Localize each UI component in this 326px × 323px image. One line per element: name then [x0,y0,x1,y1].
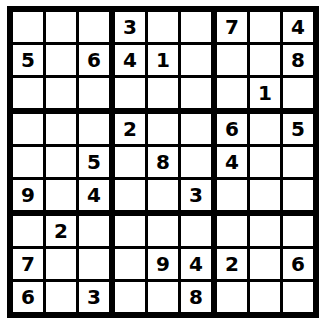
sudoku-cell[interactable] [217,180,250,216]
sudoku-cell: 5 [283,114,313,147]
cell-digit: 4 [123,50,137,70]
cell-digit: 4 [87,185,101,205]
sudoku-cell[interactable] [115,216,148,249]
sudoku-page: 374564181265584943279426638 [0,0,326,323]
sudoku-cell[interactable] [148,216,181,249]
sudoku-cell[interactable] [250,282,283,312]
sudoku-cell[interactable] [283,282,313,312]
sudoku-cell: 6 [79,45,115,78]
sudoku-cell[interactable] [13,147,46,180]
sudoku-cell[interactable] [217,45,250,78]
sudoku-cell: 4 [217,147,250,180]
sudoku-cell: 8 [148,147,181,180]
sudoku-cell[interactable] [250,216,283,249]
cell-digit: 6 [87,50,101,70]
sudoku-cell[interactable] [115,78,148,114]
sudoku-cell[interactable] [46,180,79,216]
cell-digit: 1 [156,50,170,70]
cell-digit: 4 [291,17,305,37]
sudoku-cell: 2 [46,216,79,249]
sudoku-cell[interactable] [13,216,46,249]
sudoku-cell[interactable] [283,180,313,216]
sudoku-cell[interactable] [181,78,217,114]
cell-digit: 8 [189,287,203,307]
cell-digit: 4 [225,152,239,172]
sudoku-cell: 4 [181,249,217,282]
cell-digit: 6 [291,254,305,274]
sudoku-cell: 4 [79,180,115,216]
cell-digit: 2 [225,254,239,274]
cell-digit: 7 [21,254,35,274]
sudoku-cell[interactable] [181,12,217,45]
sudoku-cell[interactable] [283,78,313,114]
sudoku-cell[interactable] [250,180,283,216]
cell-digit: 3 [87,287,101,307]
cell-digit: 5 [291,119,305,139]
cell-digit: 5 [87,152,101,172]
sudoku-cell[interactable] [79,216,115,249]
sudoku-cell[interactable] [250,147,283,180]
sudoku-cell[interactable] [115,282,148,312]
sudoku-cell[interactable] [181,147,217,180]
cell-digit: 2 [54,221,68,241]
sudoku-cell: 7 [217,12,250,45]
sudoku-cell[interactable] [115,249,148,282]
sudoku-cell[interactable] [148,282,181,312]
sudoku-cell: 7 [13,249,46,282]
sudoku-cell: 9 [13,180,46,216]
sudoku-cell[interactable] [46,78,79,114]
cell-digit: 1 [258,83,272,103]
sudoku-cell[interactable] [13,78,46,114]
cell-digit: 9 [156,254,170,274]
sudoku-cell[interactable] [181,216,217,249]
sudoku-cell[interactable] [46,147,79,180]
cell-digit: 3 [189,185,203,205]
sudoku-cell: 5 [79,147,115,180]
sudoku-cell[interactable] [181,45,217,78]
sudoku-cell[interactable] [148,78,181,114]
sudoku-cell[interactable] [79,114,115,147]
sudoku-cell[interactable] [217,78,250,114]
sudoku-cell[interactable] [13,12,46,45]
cell-digit: 4 [189,254,203,274]
sudoku-cell[interactable] [250,12,283,45]
sudoku-cell[interactable] [148,114,181,147]
sudoku-cell: 3 [79,282,115,312]
sudoku-cell: 8 [283,45,313,78]
sudoku-cell: 3 [181,180,217,216]
cell-digit: 6 [21,287,35,307]
sudoku-cell[interactable] [250,249,283,282]
sudoku-cell[interactable] [46,45,79,78]
sudoku-cell: 5 [13,45,46,78]
cell-digit: 9 [21,185,35,205]
sudoku-cell: 3 [115,12,148,45]
sudoku-cell[interactable] [250,45,283,78]
cell-digit: 7 [225,17,239,37]
sudoku-cell[interactable] [217,282,250,312]
sudoku-cell: 2 [217,249,250,282]
sudoku-cell[interactable] [115,180,148,216]
sudoku-cell[interactable] [79,78,115,114]
sudoku-cell[interactable] [13,114,46,147]
cell-digit: 8 [156,152,170,172]
sudoku-cell[interactable] [115,147,148,180]
sudoku-cell: 9 [148,249,181,282]
sudoku-cell[interactable] [79,12,115,45]
sudoku-cell[interactable] [46,249,79,282]
sudoku-cell[interactable] [283,216,313,249]
sudoku-cell: 2 [115,114,148,147]
sudoku-cell[interactable] [79,249,115,282]
sudoku-cell[interactable] [148,180,181,216]
cell-digit: 5 [21,50,35,70]
sudoku-cell: 6 [217,114,250,147]
sudoku-cell: 1 [250,78,283,114]
sudoku-cell[interactable] [148,12,181,45]
sudoku-cell[interactable] [181,114,217,147]
sudoku-cell: 4 [115,45,148,78]
sudoku-board: 374564181265584943279426638 [7,6,319,318]
sudoku-cell: 6 [13,282,46,312]
sudoku-cell: 1 [148,45,181,78]
sudoku-cell[interactable] [250,114,283,147]
sudoku-cell: 8 [181,282,217,312]
sudoku-cell[interactable] [46,12,79,45]
cell-digit: 6 [225,119,239,139]
sudoku-cell: 4 [283,12,313,45]
sudoku-cell[interactable] [283,147,313,180]
cell-digit: 3 [123,17,137,37]
sudoku-cell[interactable] [46,114,79,147]
cell-digit: 8 [291,50,305,70]
sudoku-cell: 6 [283,249,313,282]
sudoku-cell[interactable] [46,282,79,312]
cell-digit: 2 [123,119,137,139]
sudoku-cell[interactable] [217,216,250,249]
